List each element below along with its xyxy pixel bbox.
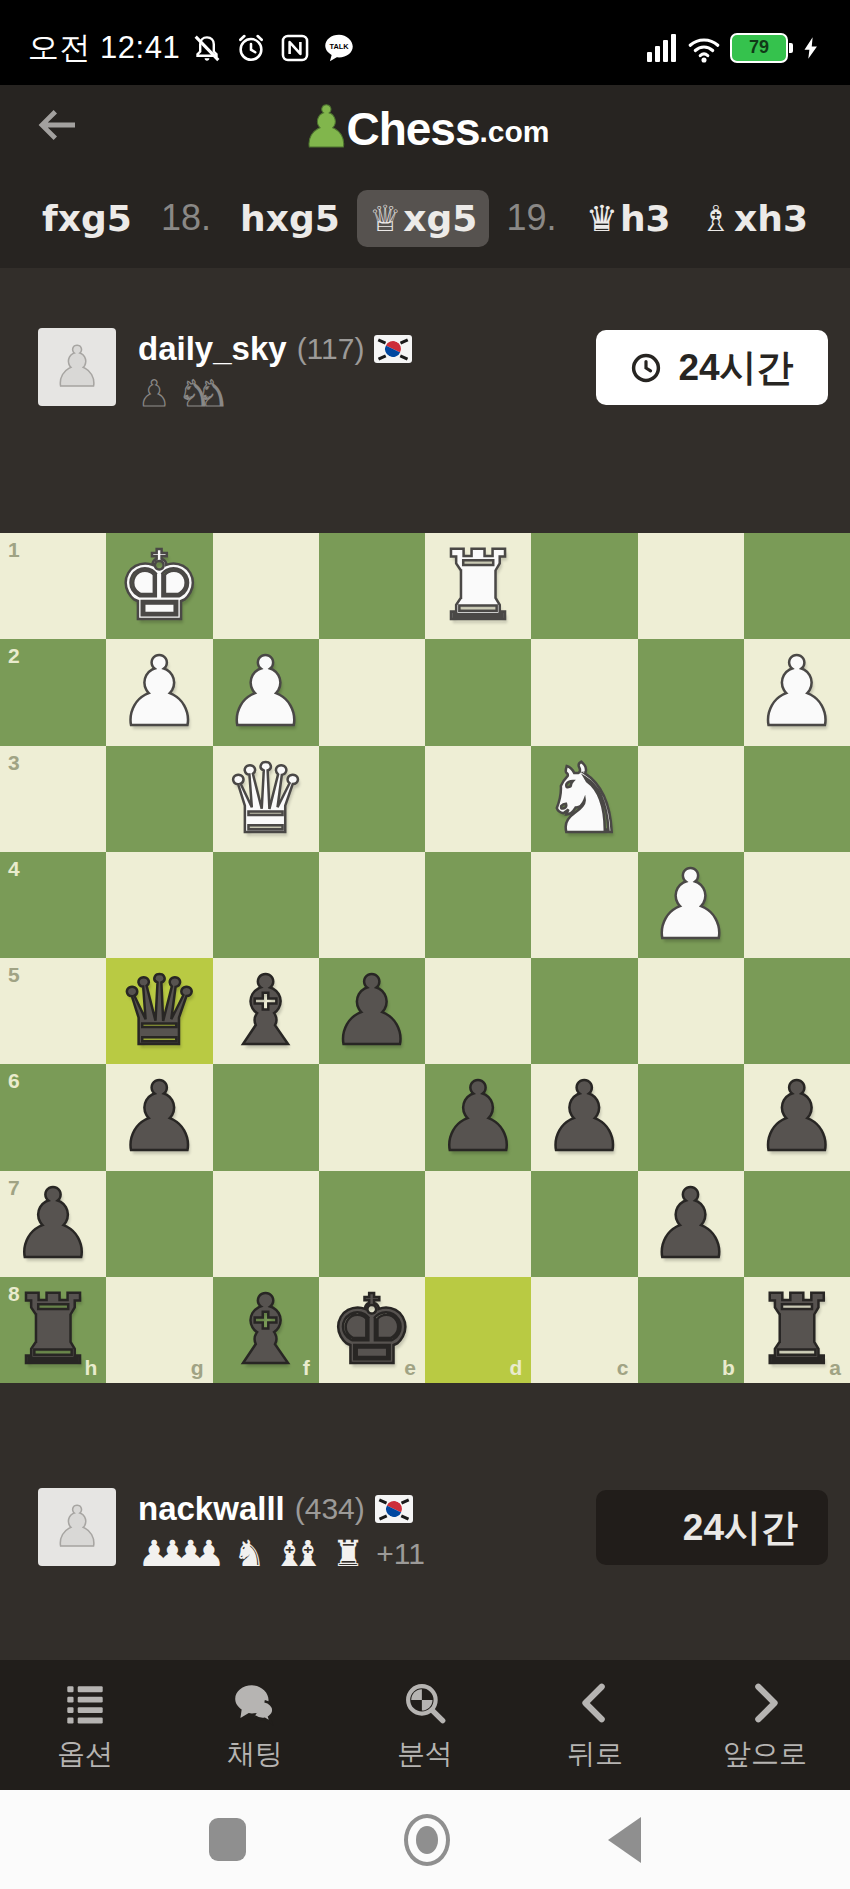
nav-back-label: 뒤로 — [567, 1735, 623, 1773]
captured-black-knight-icon: ♞ — [197, 376, 229, 412]
alarm-icon — [234, 31, 268, 65]
square-d1[interactable]: ♜ — [425, 533, 531, 639]
kakaotalk-icon: TALK — [322, 31, 356, 65]
square-g1[interactable]: ♚ — [106, 533, 212, 639]
pawn-logo-icon: ♟ — [300, 99, 352, 155]
move-list-bar: fxg518.hxg5♕xg519.♛h3♗xh3 — [0, 168, 850, 268]
opponent-section: ♟ daily_sky (117) ♟♞♞ 24시간 — [0, 268, 850, 533]
square-e6[interactable] — [319, 1064, 425, 1170]
figurine-piece-icon: ♛ — [586, 198, 618, 239]
square-e8[interactable]: e♚ — [319, 1277, 425, 1383]
white-queen[interactable]: ♛ — [213, 746, 319, 852]
black-bishop[interactable]: ♝ — [213, 1277, 319, 1383]
square-c2[interactable] — [531, 639, 637, 745]
square-a5[interactable] — [744, 958, 850, 1064]
square-h7[interactable]: 7♟ — [0, 1171, 106, 1277]
nav-options-button[interactable]: 옵션 — [0, 1677, 170, 1773]
logo-text-chess: Chess — [346, 103, 479, 155]
status-bar: 오전 12:41 TALK 79 — [0, 0, 850, 85]
square-f7[interactable] — [213, 1171, 319, 1277]
captured-white-knight-icon: ♞ — [233, 1536, 265, 1572]
file-label-c: c — [617, 1356, 629, 1380]
nav-chat-label: 채팅 — [227, 1735, 283, 1773]
black-king[interactable]: ♚ — [319, 1277, 425, 1383]
black-rook[interactable]: ♜ — [0, 1277, 106, 1383]
square-c4[interactable] — [531, 852, 637, 958]
captured-white-bishop-icon: ♝ — [292, 1536, 324, 1572]
square-g5[interactable]: ♛ — [106, 958, 212, 1064]
square-f3[interactable]: ♛ — [213, 746, 319, 852]
white-king[interactable]: ♚ — [106, 533, 212, 639]
chess-app: 오전 12:41 TALK 79 — [0, 0, 850, 1889]
black-bishop[interactable]: ♝ — [213, 958, 319, 1064]
black-pawn[interactable]: ♟ — [744, 1064, 850, 1170]
square-e1[interactable] — [319, 533, 425, 639]
bottom-navigation: 옵션채팅분석뒤로앞으로 — [0, 1660, 850, 1790]
square-a4[interactable] — [744, 852, 850, 958]
battery-icon: 79 — [730, 33, 788, 63]
south-korea-flag-icon — [374, 335, 412, 363]
cellular-signal-icon — [647, 34, 676, 62]
white-pawn[interactable]: ♟ — [106, 639, 212, 745]
player-avatar[interactable]: ♟ — [38, 1488, 116, 1566]
opponent-time: 24시간 — [678, 343, 793, 393]
move[interactable]: fxg5 — [30, 190, 144, 247]
square-b3[interactable] — [638, 746, 744, 852]
square-c8[interactable]: c — [531, 1277, 637, 1383]
square-h5[interactable]: 5 — [0, 958, 106, 1064]
square-f6[interactable] — [213, 1064, 319, 1170]
square-c5[interactable] — [531, 958, 637, 1064]
white-pawn[interactable]: ♟ — [213, 639, 319, 745]
square-a1[interactable] — [744, 533, 850, 639]
nav-chat-button[interactable]: 채팅 — [170, 1677, 340, 1773]
svg-text:TALK: TALK — [330, 41, 350, 50]
chat-icon — [229, 1677, 281, 1729]
black-rook[interactable]: ♜ — [744, 1277, 850, 1383]
square-b1[interactable] — [638, 533, 744, 639]
square-b4[interactable]: ♟ — [638, 852, 744, 958]
square-b5[interactable] — [638, 958, 744, 1064]
square-b6[interactable] — [638, 1064, 744, 1170]
white-pawn[interactable]: ♟ — [638, 852, 744, 958]
square-b8[interactable]: b — [638, 1277, 744, 1383]
white-knight[interactable]: ♞ — [531, 746, 637, 852]
clock-icon — [630, 352, 662, 384]
move-number: 18. — [149, 189, 223, 247]
nav-back-button[interactable]: 뒤로 — [510, 1677, 680, 1773]
android-navigation-bar — [0, 1790, 850, 1889]
back-arrow-button[interactable] — [30, 99, 82, 151]
square-d8[interactable]: d — [425, 1277, 531, 1383]
square-c3[interactable]: ♞ — [531, 746, 637, 852]
analysis-icon — [399, 1677, 451, 1729]
app-header: ♟ Chess .com — [0, 85, 850, 168]
square-a7[interactable] — [744, 1171, 850, 1277]
square-d2[interactable] — [425, 639, 531, 745]
square-e7[interactable] — [319, 1171, 425, 1277]
square-h2[interactable]: 2 — [0, 639, 106, 745]
square-c1[interactable] — [531, 533, 637, 639]
move[interactable]: ♗xh3 — [688, 190, 820, 247]
opponent-username[interactable]: daily_sky — [138, 330, 287, 368]
square-a3[interactable] — [744, 746, 850, 852]
south-korea-flag-icon — [375, 1495, 413, 1523]
square-e3[interactable] — [319, 746, 425, 852]
black-pawn[interactable]: ♟ — [0, 1171, 106, 1277]
chesscom-logo: ♟ Chess .com — [300, 99, 549, 155]
android-recents-button[interactable] — [209, 1818, 246, 1861]
white-pawn[interactable]: ♟ — [744, 639, 850, 745]
player-section: ♟ nackwalll (434) ♟♟♟♟♞♝♝♜+11 24시간 — [0, 1383, 850, 1660]
square-a6[interactable]: ♟ — [744, 1064, 850, 1170]
chess-board: 1♚♜2♟♟♟3♛♞4♟5♛♝♟6♟♟♟♟7♟♟8h♜gf♝e♚dcba♜ — [0, 533, 850, 1383]
player-rating: (434) — [295, 1492, 365, 1526]
android-home-button[interactable] — [404, 1814, 450, 1866]
square-h1[interactable]: 1 — [0, 533, 106, 639]
square-d3[interactable] — [425, 746, 531, 852]
opponent-rating: (117) — [297, 332, 365, 366]
file-label-b: b — [722, 1356, 735, 1380]
figurine-piece-icon: ♗ — [700, 198, 732, 239]
player-time: 24시간 — [683, 1503, 798, 1553]
black-queen[interactable]: ♛ — [106, 958, 212, 1064]
square-f1[interactable] — [213, 533, 319, 639]
rank-label-4: 4 — [8, 857, 20, 881]
square-d6[interactable]: ♟ — [425, 1064, 531, 1170]
square-g2[interactable]: ♟ — [106, 639, 212, 745]
square-h6[interactable]: 6 — [0, 1064, 106, 1170]
square-h3[interactable]: 3 — [0, 746, 106, 852]
nav-options-label: 옵션 — [57, 1735, 113, 1773]
captured-white-rook-icon: ♜ — [332, 1536, 364, 1572]
pawn-avatar-icon: ♟ — [52, 1499, 102, 1555]
black-pawn[interactable]: ♟ — [531, 1064, 637, 1170]
square-f2[interactable]: ♟ — [213, 639, 319, 745]
square-f4[interactable] — [213, 852, 319, 958]
square-c6[interactable]: ♟ — [531, 1064, 637, 1170]
black-pawn[interactable]: ♟ — [319, 958, 425, 1064]
rank-label-6: 6 — [8, 1069, 20, 1093]
square-c7[interactable] — [531, 1171, 637, 1277]
square-b2[interactable] — [638, 639, 744, 745]
square-d7[interactable] — [425, 1171, 531, 1277]
square-a8[interactable]: a♜ — [744, 1277, 850, 1383]
nav-analysis-label: 분석 — [397, 1735, 453, 1773]
square-a2[interactable]: ♟ — [744, 639, 850, 745]
opponent-clock: 24시간 — [596, 330, 828, 405]
nav-analysis-button[interactable]: 분석 — [340, 1677, 510, 1773]
options-icon — [59, 1677, 111, 1729]
file-label-d: d — [509, 1356, 522, 1380]
nav-forward-button[interactable]: 앞으로 — [680, 1677, 850, 1773]
rank-label-3: 3 — [8, 751, 20, 775]
square-g3[interactable] — [106, 746, 212, 852]
player-username[interactable]: nackwalll — [138, 1490, 285, 1528]
move-selected[interactable]: ♕xg5 — [357, 190, 489, 247]
square-f8[interactable]: f♝ — [213, 1277, 319, 1383]
android-back-button[interactable] — [608, 1817, 641, 1863]
square-g4[interactable] — [106, 852, 212, 958]
pawn-avatar-icon: ♟ — [52, 339, 102, 395]
player-clock: 24시간 — [596, 1490, 828, 1565]
square-g7[interactable] — [106, 1171, 212, 1277]
captured-black-pawn-icon: ♟ — [138, 376, 170, 412]
square-g8[interactable]: g — [106, 1277, 212, 1383]
forward-icon — [739, 1677, 791, 1729]
rank-label-2: 2 — [8, 644, 20, 668]
square-h4[interactable]: 4 — [0, 852, 106, 958]
square-d4[interactable] — [425, 852, 531, 958]
black-pawn[interactable]: ♟ — [425, 1064, 531, 1170]
opponent-avatar[interactable]: ♟ — [38, 328, 116, 406]
vibrate-off-icon — [190, 31, 224, 65]
wifi-icon — [686, 31, 720, 65]
square-h8[interactable]: 8h♜ — [0, 1277, 106, 1383]
charging-bolt-icon — [798, 31, 822, 65]
back-icon — [569, 1677, 621, 1729]
nfc-icon — [278, 31, 312, 65]
battery-percent: 79 — [749, 37, 769, 58]
figurine-piece-icon: ♕ — [369, 198, 401, 239]
square-d5[interactable] — [425, 958, 531, 1064]
opponent-captured-pieces: ♟♞♞ — [138, 372, 412, 416]
captured-white-pawn-icon: ♟ — [193, 1536, 225, 1572]
material-advantage: +11 — [376, 1537, 425, 1571]
nav-forward-label: 앞으로 — [723, 1735, 807, 1773]
black-pawn[interactable]: ♟ — [106, 1064, 212, 1170]
rank-label-5: 5 — [8, 963, 20, 987]
square-e4[interactable] — [319, 852, 425, 958]
white-rook[interactable]: ♜ — [425, 533, 531, 639]
move-number: 19. — [494, 189, 568, 247]
move[interactable]: hxg5 — [228, 190, 352, 247]
move[interactable]: ♛h3 — [574, 190, 683, 247]
black-pawn[interactable]: ♟ — [638, 1171, 744, 1277]
player-captured-pieces: ♟♟♟♟♞♝♝♜+11 — [138, 1532, 425, 1576]
square-f5[interactable]: ♝ — [213, 958, 319, 1064]
opponent-row[interactable]: ♟ daily_sky (117) ♟♞♞ — [38, 328, 412, 416]
file-label-g: g — [191, 1356, 204, 1380]
rank-label-1: 1 — [8, 538, 20, 562]
square-b7[interactable]: ♟ — [638, 1171, 744, 1277]
player-row[interactable]: ♟ nackwalll (434) ♟♟♟♟♞♝♝♜+11 — [38, 1488, 425, 1576]
square-g6[interactable]: ♟ — [106, 1064, 212, 1170]
clock-time: 오전 12:41 — [28, 27, 180, 69]
square-e2[interactable] — [319, 639, 425, 745]
square-e5[interactable]: ♟ — [319, 958, 425, 1064]
logo-text-com: .com — [480, 109, 550, 155]
